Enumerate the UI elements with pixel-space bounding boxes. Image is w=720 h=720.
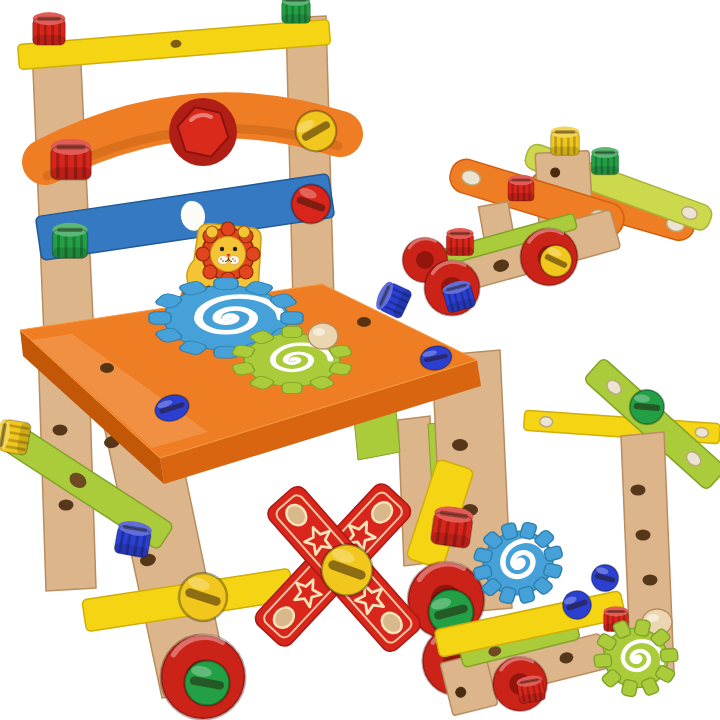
yellow-bolt-cap-left — [0, 418, 32, 456]
green-cap-blue-bar — [52, 223, 87, 258]
seat-hole — [100, 363, 114, 373]
big-red-bolt — [169, 98, 237, 166]
red-cap-arch-left — [51, 139, 91, 180]
red-cap-top-left — [33, 12, 66, 45]
seat-hole — [357, 317, 371, 327]
wooden-peg-seat — [308, 323, 338, 349]
lion-ear — [238, 226, 250, 238]
red-cap-wing — [508, 175, 534, 201]
lion-ear — [206, 226, 218, 238]
airplane-assembly — [373, 126, 715, 319]
green-cap-tail — [591, 147, 618, 175]
yellow-cap-cockpit — [551, 126, 580, 155]
toy-product-photo — [0, 0, 720, 720]
red-cap-bracket — [430, 504, 474, 548]
green-cap-top-right — [282, 0, 311, 23]
red-cap-strip — [446, 228, 473, 256]
chair-assembly — [0, 0, 512, 719]
red-cross-planks — [251, 480, 424, 656]
photo-stage — [0, 0, 720, 720]
chair-back-post-right — [286, 16, 334, 304]
blue-screw-base-2 — [588, 561, 621, 594]
